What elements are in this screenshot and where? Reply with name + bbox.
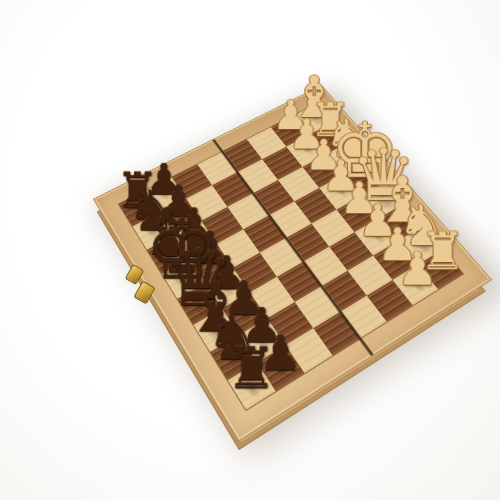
scene: ♜♞♝♛♚♝♞♜♟♟♟♟♟♟♟♟♟♟♟♟♟♟♟♟♜♞♝♛♚♞♜♝: [0, 0, 500, 500]
product-photo: ♜♞♝♛♚♝♞♜♟♟♟♟♟♟♟♟♟♟♟♟♟♟♟♟♜♞♝♛♚♞♜♝: [0, 0, 500, 500]
